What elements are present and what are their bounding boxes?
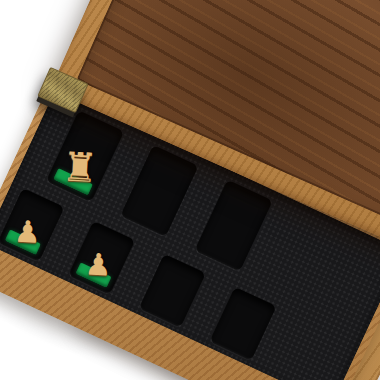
foam-compartment <box>195 180 273 272</box>
drawer-piece-rook[interactable]: ♜ <box>61 146 99 188</box>
foam-compartment: ♜ <box>46 110 124 202</box>
chess-set-product-photo: ♟♝♟♛♟♚♟♝♞♟♟♟♟♟♟ ♜♟♟ <box>0 0 380 380</box>
drawer-piece-pawn[interactable]: ♟ <box>13 216 41 247</box>
drawer-piece-pawn[interactable]: ♟ <box>84 249 112 280</box>
foam-compartment: ♟ <box>0 188 64 262</box>
foam-compartment <box>120 145 198 237</box>
foam-compartment: ♟ <box>68 221 135 295</box>
foam-compartment <box>210 287 277 361</box>
foam-compartment <box>139 254 206 328</box>
